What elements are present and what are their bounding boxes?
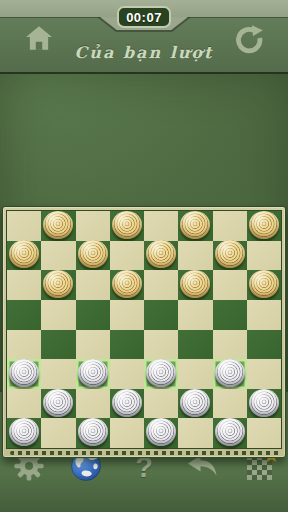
board-cell[interactable] — [144, 418, 178, 448]
board-cell[interactable] — [110, 300, 144, 330]
board-cell[interactable] — [7, 270, 41, 300]
checker-gold[interactable] — [78, 240, 108, 268]
board-cell[interactable] — [213, 418, 247, 448]
checker-silver[interactable] — [215, 359, 245, 387]
turn-label: Của bạn lượt — [0, 43, 288, 62]
board-cell[interactable] — [7, 211, 41, 241]
board-cell[interactable] — [7, 359, 41, 389]
board-frame — [2, 206, 286, 458]
board-cell[interactable] — [110, 418, 144, 448]
checker-gold[interactable] — [249, 211, 279, 239]
board-cell[interactable] — [110, 330, 144, 360]
board-cell[interactable] — [41, 418, 75, 448]
board-cell[interactable] — [178, 270, 212, 300]
board-cell[interactable] — [213, 359, 247, 389]
board-cell[interactable] — [41, 270, 75, 300]
checker-silver[interactable] — [146, 418, 176, 446]
board-cell[interactable] — [144, 330, 178, 360]
checker-gold[interactable] — [112, 211, 142, 239]
board-cell[interactable] — [178, 418, 212, 448]
checker-silver[interactable] — [180, 389, 210, 417]
board-cell[interactable] — [213, 300, 247, 330]
board-cell[interactable] — [247, 270, 281, 300]
timer-badge: 00:07 — [117, 6, 171, 28]
board-cell[interactable] — [41, 300, 75, 330]
checker-gold[interactable] — [43, 270, 73, 298]
board-cell[interactable] — [144, 241, 178, 271]
checker-silver[interactable] — [9, 359, 39, 387]
board-cell[interactable] — [178, 300, 212, 330]
board-cell[interactable] — [7, 241, 41, 271]
board-cell[interactable] — [41, 211, 75, 241]
checker-gold[interactable] — [146, 240, 176, 268]
checker-silver[interactable] — [9, 418, 39, 446]
board-cell[interactable] — [247, 389, 281, 419]
board-cell[interactable] — [76, 330, 110, 360]
checker-gold[interactable] — [9, 240, 39, 268]
board-cell[interactable] — [76, 359, 110, 389]
board-cell[interactable] — [144, 359, 178, 389]
checker-silver[interactable] — [146, 359, 176, 387]
checker-silver[interactable] — [78, 418, 108, 446]
checker-gold[interactable] — [180, 270, 210, 298]
board-cell[interactable] — [247, 300, 281, 330]
board-cell[interactable] — [144, 300, 178, 330]
checker-silver[interactable] — [43, 389, 73, 417]
board-cell[interactable] — [110, 270, 144, 300]
board-cell[interactable] — [144, 211, 178, 241]
checker-silver[interactable] — [112, 389, 142, 417]
app-screen: 00:07 Của bạn lượt — [0, 0, 288, 512]
board-cell[interactable] — [41, 389, 75, 419]
board-cell[interactable] — [213, 270, 247, 300]
board-cell[interactable] — [213, 211, 247, 241]
checker-silver[interactable] — [78, 359, 108, 387]
checker-gold[interactable] — [180, 211, 210, 239]
board-cell[interactable] — [213, 241, 247, 271]
checkerboard-star-icon — [247, 455, 272, 480]
checker-gold[interactable] — [43, 211, 73, 239]
board-cell[interactable] — [213, 389, 247, 419]
board-cell[interactable] — [7, 330, 41, 360]
board-cell[interactable] — [41, 359, 75, 389]
checker-silver[interactable] — [249, 389, 279, 417]
board-cell[interactable] — [76, 241, 110, 271]
board-cell[interactable] — [178, 330, 212, 360]
checker-silver[interactable] — [215, 418, 245, 446]
board-cell[interactable] — [247, 241, 281, 271]
board-cell[interactable] — [7, 418, 41, 448]
board-cell[interactable] — [247, 418, 281, 448]
board-cell[interactable] — [110, 211, 144, 241]
board-cell[interactable] — [247, 211, 281, 241]
board-cell[interactable] — [76, 389, 110, 419]
board-cell[interactable] — [247, 359, 281, 389]
board-cell[interactable] — [110, 389, 144, 419]
checker-gold[interactable] — [215, 240, 245, 268]
board-cell[interactable] — [178, 241, 212, 271]
board-cell[interactable] — [76, 418, 110, 448]
board-cell[interactable] — [7, 389, 41, 419]
checker-gold[interactable] — [112, 270, 142, 298]
board-cell[interactable] — [76, 211, 110, 241]
checker-gold[interactable] — [249, 270, 279, 298]
board-cell[interactable] — [178, 211, 212, 241]
board-cell[interactable] — [213, 330, 247, 360]
board-cell[interactable] — [76, 270, 110, 300]
frame-stitch-decoration — [10, 451, 280, 455]
board-cell[interactable] — [76, 300, 110, 330]
board-panel — [0, 72, 288, 390]
board-cell[interactable] — [110, 241, 144, 271]
board-cell[interactable] — [7, 300, 41, 330]
board-cell[interactable] — [247, 330, 281, 360]
board-grid — [7, 211, 281, 448]
board-cell[interactable] — [178, 359, 212, 389]
board-cell[interactable] — [110, 359, 144, 389]
board-cell[interactable] — [41, 241, 75, 271]
board-cell[interactable] — [144, 389, 178, 419]
board-cell[interactable] — [178, 389, 212, 419]
board-cell[interactable] — [144, 270, 178, 300]
board-cell[interactable] — [41, 330, 75, 360]
